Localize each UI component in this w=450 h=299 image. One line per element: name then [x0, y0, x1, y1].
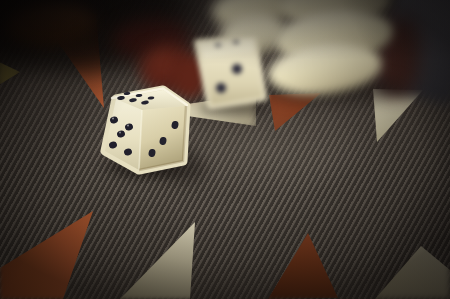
backgammon-photo-scene — [0, 0, 450, 299]
vignette-overlay — [0, 0, 450, 299]
